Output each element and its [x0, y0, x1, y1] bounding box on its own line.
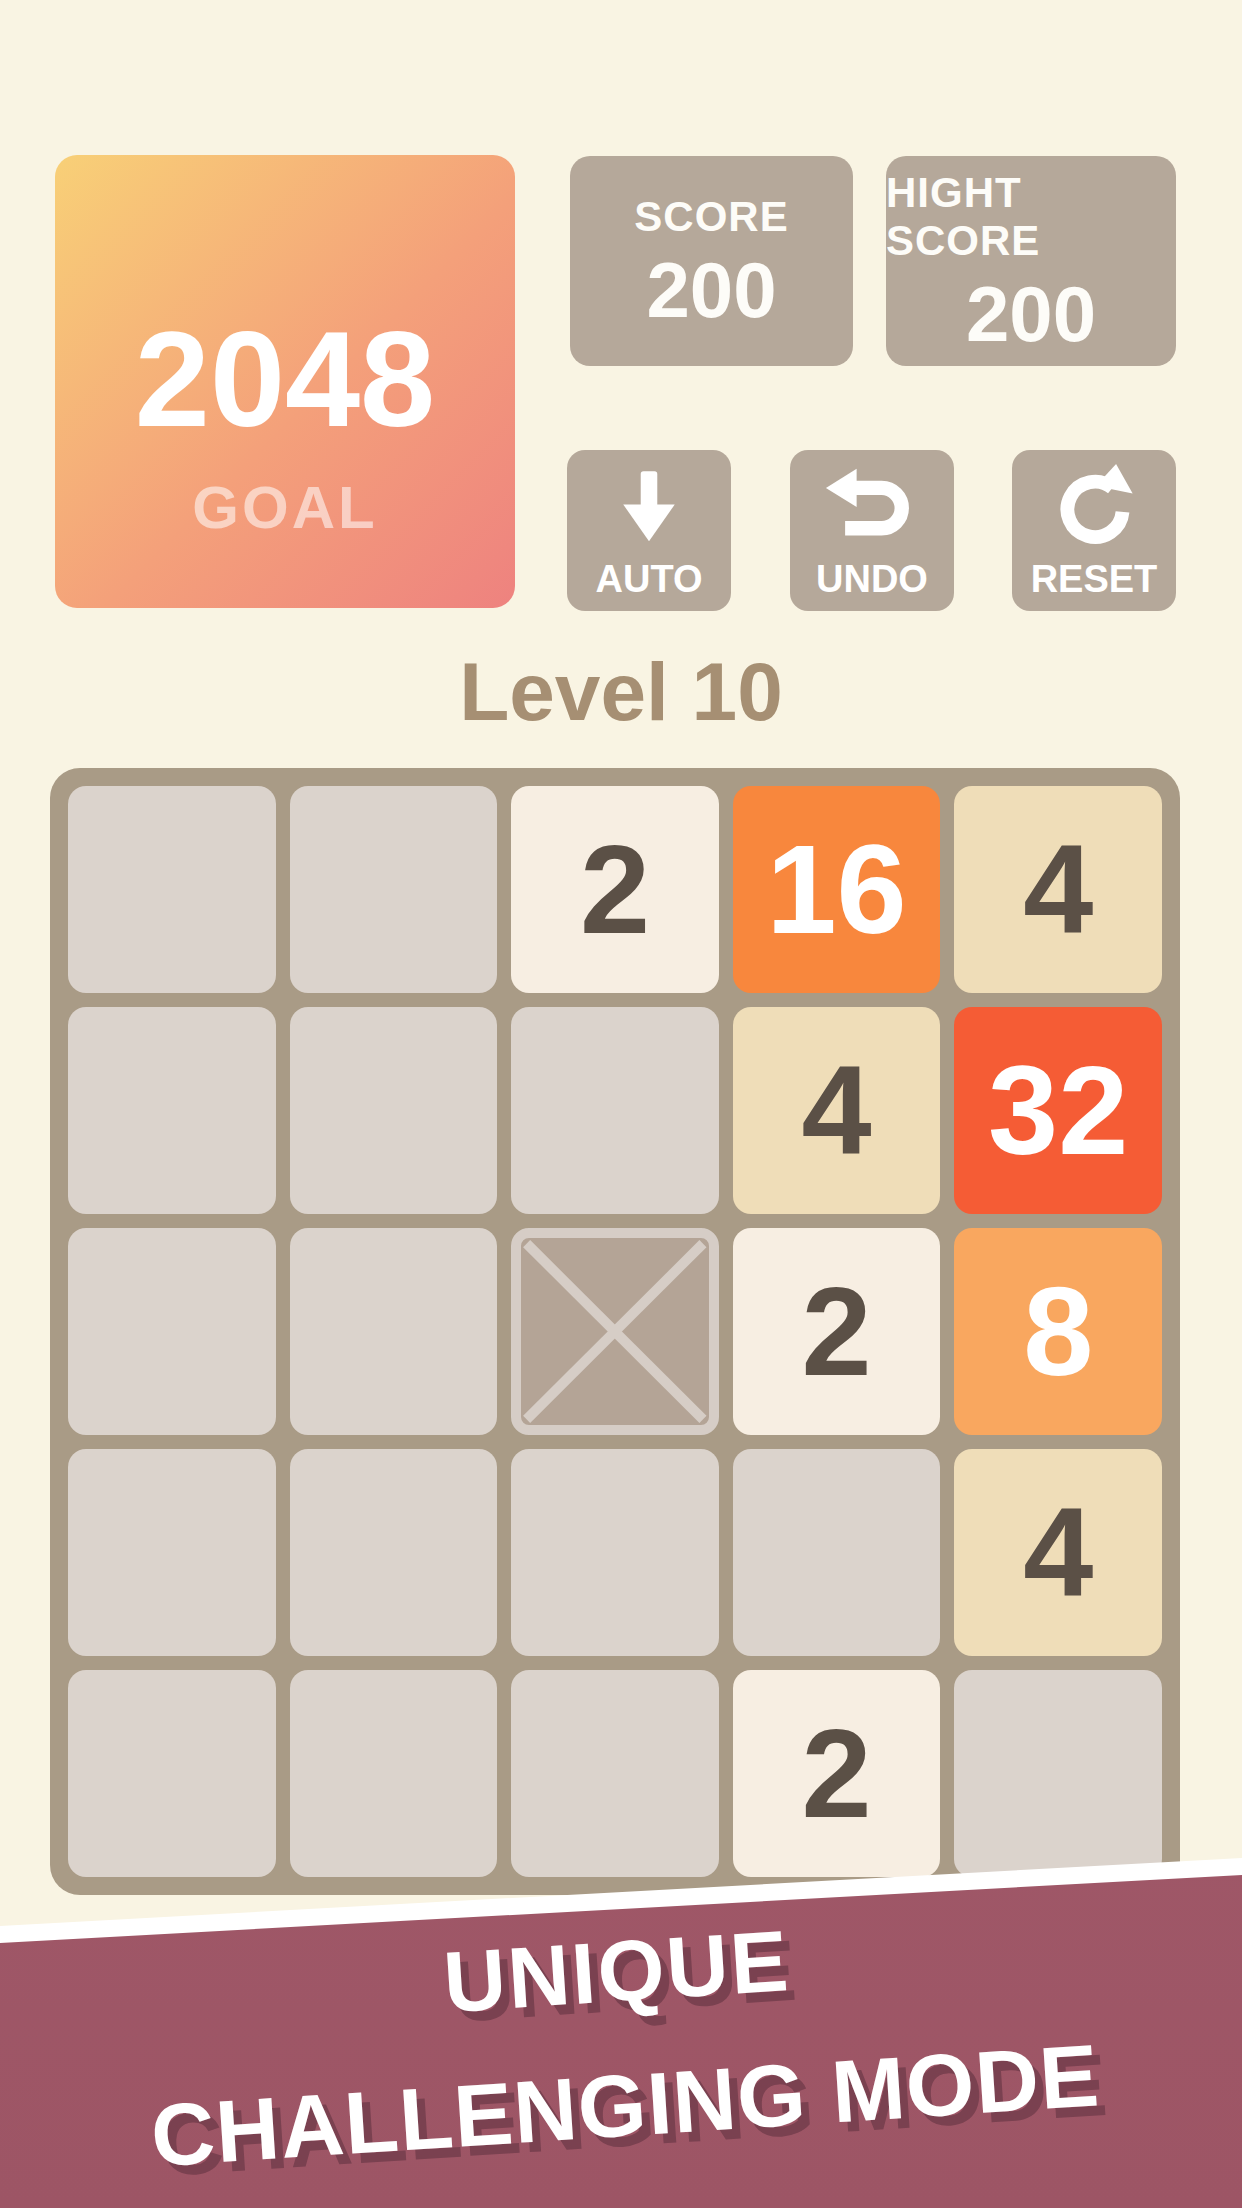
tile-value: 2: [580, 827, 650, 953]
undo-button[interactable]: UNDO: [790, 450, 954, 611]
tile-2-r5c4: 2: [733, 1670, 941, 1877]
score-value: 200: [646, 251, 776, 329]
high-score-value: 200: [966, 275, 1096, 353]
tile-value: 4: [1023, 827, 1093, 953]
empty-cell-r5c1: [68, 1670, 276, 1877]
goal-label: GOAL: [192, 473, 377, 542]
tile-4-r4c5: 4: [954, 1449, 1162, 1656]
tile-value: 32: [988, 1048, 1128, 1174]
empty-cell-r3c1: [68, 1228, 276, 1435]
empty-cell-r4c4: [733, 1449, 941, 1656]
tile-value: 4: [802, 1048, 872, 1174]
tile-4-r2c4: 4: [733, 1007, 941, 1214]
reset-button-label: RESET: [1031, 558, 1158, 601]
tile-16-r1c4: 16: [733, 786, 941, 993]
high-score-box: HIGHT SCORE 200: [886, 156, 1176, 366]
score-label: SCORE: [634, 193, 788, 241]
blocked-x-icon: [521, 1238, 709, 1425]
empty-cell-r5c5: [954, 1670, 1162, 1877]
goal-value: 2048: [135, 312, 435, 447]
empty-cell-r5c3: [511, 1670, 719, 1877]
undo-button-label: UNDO: [816, 558, 928, 601]
reset-refresh-icon: [1046, 464, 1142, 556]
tile-2-r3c4: 2: [733, 1228, 941, 1435]
empty-cell-r5c2: [290, 1670, 498, 1877]
game-screen: 2048 GOAL SCORE 200 HIGHT SCORE 200 AUTO…: [0, 0, 1242, 2208]
tile-value: 8: [1023, 1269, 1093, 1395]
reset-button[interactable]: RESET: [1012, 450, 1176, 611]
empty-cell-r4c3: [511, 1449, 719, 1656]
down-arrow-icon: [601, 464, 697, 556]
empty-cell-r1c1: [68, 786, 276, 993]
level-label: Level 10: [0, 645, 1242, 739]
undo-arrow-icon: [824, 464, 920, 556]
tile-value: 4: [1023, 1490, 1093, 1616]
auto-button[interactable]: AUTO: [567, 450, 731, 611]
empty-cell-r2c1: [68, 1007, 276, 1214]
tile-value: 2: [802, 1269, 872, 1395]
auto-button-label: AUTO: [596, 558, 703, 601]
empty-cell-r1c2: [290, 786, 498, 993]
tile-32-r2c5: 32: [954, 1007, 1162, 1214]
empty-cell-r2c2: [290, 1007, 498, 1214]
empty-cell-r2c3: [511, 1007, 719, 1214]
goal-tile: 2048 GOAL: [55, 155, 515, 608]
tile-value: 2: [802, 1711, 872, 1837]
score-box: SCORE 200: [570, 156, 853, 366]
board[interactable]: 21644322842: [50, 768, 1180, 1895]
empty-cell-r3c2: [290, 1228, 498, 1435]
empty-cell-r4c1: [68, 1449, 276, 1656]
tile-4-r1c5: 4: [954, 786, 1162, 993]
tile-value: 16: [767, 827, 907, 953]
tile-8-r3c5: 8: [954, 1228, 1162, 1435]
tile-2-r1c3: 2: [511, 786, 719, 993]
high-score-label: HIGHT SCORE: [886, 169, 1176, 265]
empty-cell-r4c2: [290, 1449, 498, 1656]
blocked-cell-r3c3: [511, 1228, 719, 1435]
